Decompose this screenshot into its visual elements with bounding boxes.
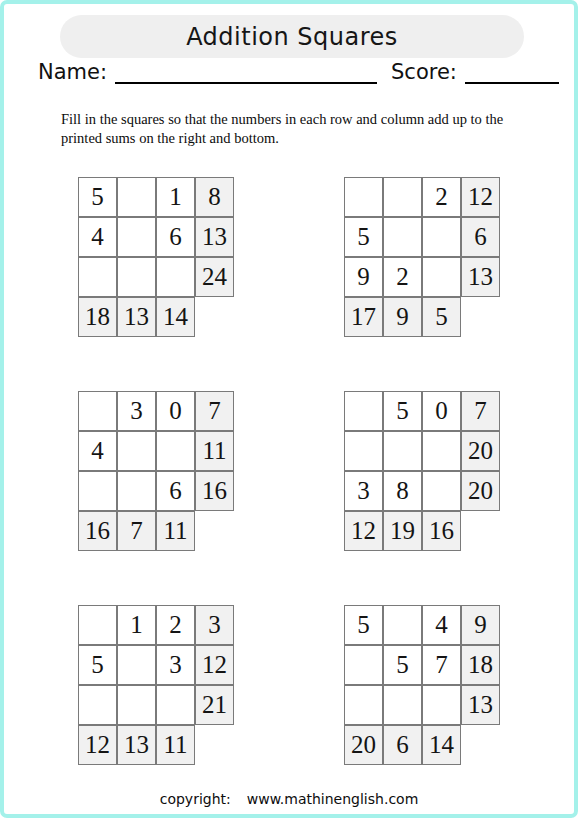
given-number-cell: 4 — [78, 431, 117, 471]
empty-corner-cell — [461, 511, 500, 551]
empty-corner-cell — [195, 511, 234, 551]
row-sum-cell: 21 — [195, 685, 234, 725]
col-sum-cell: 13 — [117, 725, 156, 765]
answer-cell[interactable] — [78, 257, 117, 297]
page-title: Addition Squares — [186, 23, 398, 51]
col-sum-cell: 6 — [383, 725, 422, 765]
row-sum-cell: 13 — [195, 217, 234, 257]
row-sum-cell: 3 — [195, 605, 234, 645]
answer-cell[interactable] — [117, 177, 156, 217]
answer-cell[interactable] — [422, 257, 461, 297]
given-number-cell: 5 — [383, 645, 422, 685]
empty-corner-cell — [195, 297, 234, 337]
answer-cell[interactable] — [344, 685, 383, 725]
col-sum-cell: 14 — [156, 297, 195, 337]
addition-square-grid-5: 123531221121311 — [78, 605, 234, 765]
given-number-cell: 7 — [422, 645, 461, 685]
col-sum-cell: 5 — [422, 297, 461, 337]
answer-cell[interactable] — [78, 391, 117, 431]
answer-cell[interactable] — [422, 471, 461, 511]
answer-cell[interactable] — [422, 685, 461, 725]
given-number-cell: 3 — [344, 471, 383, 511]
col-sum-cell: 16 — [78, 511, 117, 551]
col-sum-cell: 17 — [344, 297, 383, 337]
given-number-cell: 3 — [117, 391, 156, 431]
addition-square-grid-1: 518461324181314 — [78, 177, 234, 337]
copyright-label: copyright: — [160, 791, 231, 807]
name-score-row: Name: Score: — [38, 60, 559, 84]
row-sum-cell: 6 — [461, 217, 500, 257]
col-sum-cell: 11 — [156, 725, 195, 765]
col-sum-cell: 11 — [156, 511, 195, 551]
answer-cell[interactable] — [344, 391, 383, 431]
answer-cell[interactable] — [78, 605, 117, 645]
answer-cell[interactable] — [156, 685, 195, 725]
addition-square-grid-2: 2125692131795 — [344, 177, 500, 337]
answer-cell[interactable] — [78, 471, 117, 511]
row-sum-cell: 9 — [461, 605, 500, 645]
answer-cell[interactable] — [117, 431, 156, 471]
given-number-cell: 3 — [156, 645, 195, 685]
addition-square-grid-6: 54957181320614 — [344, 605, 500, 765]
row-sum-cell: 20 — [461, 471, 500, 511]
col-sum-cell: 13 — [117, 297, 156, 337]
row-sum-cell: 13 — [461, 685, 500, 725]
given-number-cell: 2 — [422, 177, 461, 217]
name-input-line[interactable] — [115, 60, 377, 84]
answer-cell[interactable] — [383, 177, 422, 217]
given-number-cell: 2 — [156, 605, 195, 645]
answer-cell[interactable] — [422, 431, 461, 471]
col-sum-cell: 12 — [78, 725, 117, 765]
instructions: Fill in the squares so that the numbers … — [61, 110, 503, 147]
answer-cell[interactable] — [117, 257, 156, 297]
instructions-line-2: printed sums on the right and bottom. — [61, 129, 503, 148]
given-number-cell: 0 — [156, 391, 195, 431]
answer-cell[interactable] — [383, 217, 422, 257]
row-sum-cell: 20 — [461, 431, 500, 471]
answer-cell[interactable] — [117, 471, 156, 511]
name-label: Name: — [38, 60, 107, 84]
score-input-line[interactable] — [465, 60, 559, 84]
row-sum-cell: 12 — [461, 177, 500, 217]
row-sum-cell: 7 — [195, 391, 234, 431]
empty-corner-cell — [195, 725, 234, 765]
answer-cell[interactable] — [344, 645, 383, 685]
given-number-cell: 9 — [344, 257, 383, 297]
empty-corner-cell — [461, 725, 500, 765]
addition-square-grid-3: 30741161616711 — [78, 391, 234, 551]
title-banner: Addition Squares — [60, 15, 524, 58]
row-sum-cell: 16 — [195, 471, 234, 511]
score-label: Score: — [391, 60, 457, 84]
given-number-cell: 4 — [78, 217, 117, 257]
col-sum-cell: 18 — [78, 297, 117, 337]
row-sum-cell: 7 — [461, 391, 500, 431]
answer-cell[interactable] — [156, 257, 195, 297]
answer-cell[interactable] — [383, 605, 422, 645]
given-number-cell: 6 — [156, 217, 195, 257]
footer: copyright: www.mathinenglish.com — [4, 791, 574, 807]
empty-corner-cell — [461, 297, 500, 337]
given-number-cell: 0 — [422, 391, 461, 431]
answer-cell[interactable] — [344, 177, 383, 217]
row-sum-cell: 18 — [461, 645, 500, 685]
instructions-line-1: Fill in the squares so that the numbers … — [61, 110, 503, 129]
site-url: www.mathinenglish.com — [247, 791, 419, 807]
given-number-cell: 8 — [383, 471, 422, 511]
given-number-cell: 5 — [78, 177, 117, 217]
answer-cell[interactable] — [383, 685, 422, 725]
worksheet-page: Addition Squares Name: Score: Fill in th… — [0, 0, 578, 818]
row-sum-cell: 8 — [195, 177, 234, 217]
answer-cell[interactable] — [117, 645, 156, 685]
given-number-cell: 1 — [117, 605, 156, 645]
answer-cell[interactable] — [156, 431, 195, 471]
col-sum-cell: 12 — [344, 511, 383, 551]
answer-cell[interactable] — [117, 217, 156, 257]
col-sum-cell: 20 — [344, 725, 383, 765]
given-number-cell: 4 — [422, 605, 461, 645]
col-sum-cell: 9 — [383, 297, 422, 337]
answer-cell[interactable] — [422, 217, 461, 257]
given-number-cell: 5 — [78, 645, 117, 685]
addition-square-grid-4: 507203820121916 — [344, 391, 500, 551]
answer-cell[interactable] — [78, 685, 117, 725]
given-number-cell: 5 — [383, 391, 422, 431]
given-number-cell: 2 — [383, 257, 422, 297]
given-number-cell: 5 — [344, 605, 383, 645]
answer-cell[interactable] — [383, 431, 422, 471]
col-sum-cell: 16 — [422, 511, 461, 551]
row-sum-cell: 13 — [461, 257, 500, 297]
col-sum-cell: 19 — [383, 511, 422, 551]
col-sum-cell: 14 — [422, 725, 461, 765]
col-sum-cell: 7 — [117, 511, 156, 551]
answer-cell[interactable] — [117, 685, 156, 725]
row-sum-cell: 12 — [195, 645, 234, 685]
given-number-cell: 6 — [156, 471, 195, 511]
given-number-cell: 1 — [156, 177, 195, 217]
answer-cell[interactable] — [344, 431, 383, 471]
row-sum-cell: 24 — [195, 257, 234, 297]
given-number-cell: 5 — [344, 217, 383, 257]
row-sum-cell: 11 — [195, 431, 234, 471]
